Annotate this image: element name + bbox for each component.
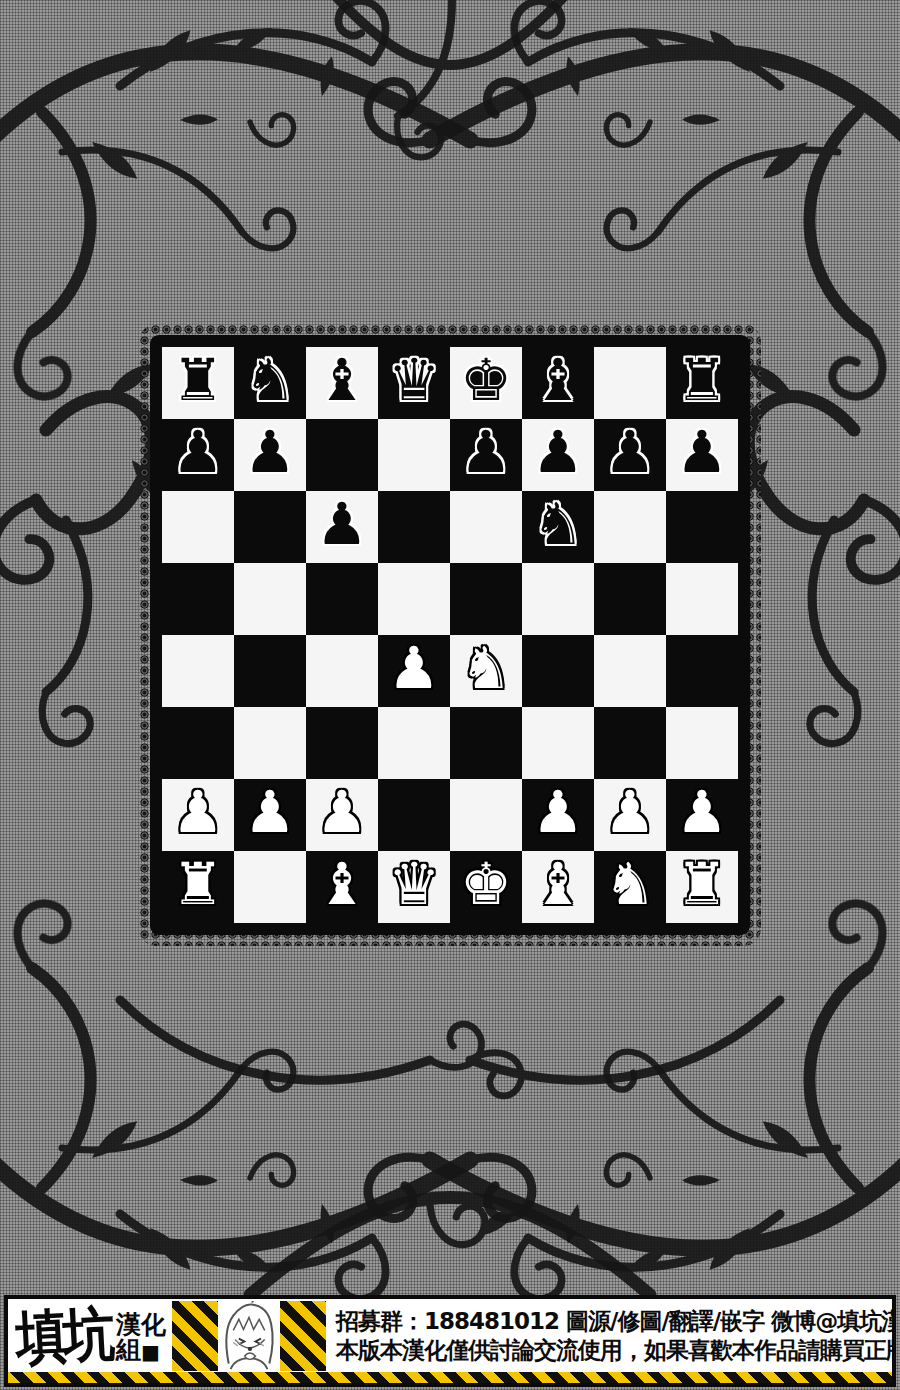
square-d8[interactable]: ♛	[378, 347, 450, 419]
white-pawn-a2: ♟	[172, 783, 224, 841]
square-b5[interactable]	[234, 563, 306, 635]
square-h7[interactable]: ♟	[666, 419, 738, 491]
scanlation-logo: 填坑 漢 化 組 ■	[8, 1299, 170, 1383]
square-f4[interactable]	[522, 635, 594, 707]
logo-sub-char: 漢	[116, 1312, 141, 1337]
square-d7[interactable]	[378, 419, 450, 491]
black-pawn-c6: ♟	[316, 495, 368, 553]
hazard-stripe-panel-left	[172, 1301, 218, 1371]
black-pawn-h7: ♟	[676, 423, 728, 481]
white-pawn-f2: ♟	[532, 783, 584, 841]
logo-sub-char: 化	[141, 1312, 166, 1337]
black-bishop-c8: ♝	[316, 351, 368, 409]
square-f8[interactable]: ♝	[522, 347, 594, 419]
square-c3[interactable]	[306, 707, 378, 779]
black-knight-f6: ♞	[532, 495, 584, 553]
chessboard: ♜♞♝♛♚♝♜♟♟♟♟♟♟♟♞♟♞♟♟♟♟♟♟♜♝♛♚♝♞♜	[162, 347, 738, 923]
square-e3[interactable]	[450, 707, 522, 779]
square-e1[interactable]: ♚	[450, 851, 522, 923]
square-e2[interactable]	[450, 779, 522, 851]
black-king-e8: ♚	[460, 351, 512, 409]
anime-girl-icon	[221, 1301, 277, 1371]
square-e5[interactable]	[450, 563, 522, 635]
square-b2[interactable]: ♟	[234, 779, 306, 851]
white-knight-g1: ♞	[604, 855, 656, 913]
square-a2[interactable]: ♟	[162, 779, 234, 851]
white-pawn-g2: ♟	[604, 783, 656, 841]
black-bishop-f8: ♝	[532, 351, 584, 409]
square-h6[interactable]	[666, 491, 738, 563]
square-e4[interactable]: ♞	[450, 635, 522, 707]
square-g4[interactable]	[594, 635, 666, 707]
credit-text: 招募群：188481012 圖源/修圖/翻譯/嵌字 微博@填坑漢化組 本版本漢化…	[328, 1299, 892, 1383]
square-f5[interactable]	[522, 563, 594, 635]
disclaimer-line: 本版本漢化僅供討論交流使用，如果喜歡本作品請購買正版！	[336, 1336, 886, 1364]
square-b1[interactable]	[234, 851, 306, 923]
square-g7[interactable]: ♟	[594, 419, 666, 491]
square-a1[interactable]: ♜	[162, 851, 234, 923]
square-g1[interactable]: ♞	[594, 851, 666, 923]
manga-page: ♜♞♝♛♚♝♜♟♟♟♟♟♟♟♞♟♞♟♟♟♟♟♟♜♝♛♚♝♞♜ 填坑 漢 化 組 …	[0, 0, 900, 1390]
white-pawn-h2: ♟	[676, 783, 728, 841]
square-b8[interactable]: ♞	[234, 347, 306, 419]
square-c4[interactable]	[306, 635, 378, 707]
mascot-girl-illustration	[220, 1301, 278, 1371]
square-e8[interactable]: ♚	[450, 347, 522, 419]
scanlation-credit-bar: 填坑 漢 化 組 ■	[4, 1295, 896, 1387]
square-b6[interactable]	[234, 491, 306, 563]
square-f3[interactable]	[522, 707, 594, 779]
lace-border: ♜♞♝♛♚♝♜♟♟♟♟♟♟♟♞♟♞♟♟♟♟♟♟♜♝♛♚♝♞♜	[139, 324, 761, 946]
square-f1[interactable]: ♝	[522, 851, 594, 923]
white-pawn-b2: ♟	[244, 783, 296, 841]
square-h5[interactable]	[666, 563, 738, 635]
logo-main-text: 填坑	[14, 1295, 112, 1378]
white-knight-e4: ♞	[460, 639, 512, 697]
square-h4[interactable]	[666, 635, 738, 707]
white-rook-h1: ♜	[676, 855, 728, 913]
square-d1[interactable]: ♛	[378, 851, 450, 923]
white-rook-a1: ♜	[172, 855, 224, 913]
black-pawn-b7: ♟	[244, 423, 296, 481]
square-a7[interactable]: ♟	[162, 419, 234, 491]
board-frame: ♜♞♝♛♚♝♜♟♟♟♟♟♟♟♞♟♞♟♟♟♟♟♟♜♝♛♚♝♞♜	[150, 335, 750, 935]
square-c6[interactable]: ♟	[306, 491, 378, 563]
square-c5[interactable]	[306, 563, 378, 635]
white-pawn-d4: ♟	[388, 639, 440, 697]
square-c7[interactable]	[306, 419, 378, 491]
square-d5[interactable]	[378, 563, 450, 635]
black-rook-a8: ♜	[172, 351, 224, 409]
square-g8[interactable]	[594, 347, 666, 419]
square-c1[interactable]: ♝	[306, 851, 378, 923]
square-g2[interactable]: ♟	[594, 779, 666, 851]
square-d6[interactable]	[378, 491, 450, 563]
square-e6[interactable]	[450, 491, 522, 563]
black-pawn-e7: ♟	[460, 423, 512, 481]
square-b3[interactable]	[234, 707, 306, 779]
black-rook-h8: ♜	[676, 351, 728, 409]
logo-square-glyph: ■	[141, 1342, 166, 1362]
black-knight-b8: ♞	[244, 351, 296, 409]
square-c8[interactable]: ♝	[306, 347, 378, 419]
white-bishop-f1: ♝	[532, 855, 584, 913]
white-king-e1: ♚	[460, 855, 512, 913]
white-bishop-c1: ♝	[316, 855, 368, 913]
square-a5[interactable]	[162, 563, 234, 635]
square-h8[interactable]: ♜	[666, 347, 738, 419]
square-b4[interactable]	[234, 635, 306, 707]
square-g5[interactable]	[594, 563, 666, 635]
square-g6[interactable]	[594, 491, 666, 563]
black-pawn-a7: ♟	[172, 423, 224, 481]
black-pawn-g7: ♟	[604, 423, 656, 481]
square-h2[interactable]: ♟	[666, 779, 738, 851]
square-c2[interactable]: ♟	[306, 779, 378, 851]
square-f7[interactable]: ♟	[522, 419, 594, 491]
square-h1[interactable]: ♜	[666, 851, 738, 923]
hazard-stripe-panel-right	[280, 1301, 326, 1371]
square-a3[interactable]	[162, 707, 234, 779]
square-a8[interactable]: ♜	[162, 347, 234, 419]
square-f6[interactable]: ♞	[522, 491, 594, 563]
square-g3[interactable]	[594, 707, 666, 779]
white-queen-d1: ♛	[388, 855, 440, 913]
square-e7[interactable]: ♟	[450, 419, 522, 491]
square-h3[interactable]	[666, 707, 738, 779]
logo-sub-char: 組	[116, 1337, 141, 1362]
black-pawn-f7: ♟	[532, 423, 584, 481]
white-pawn-c2: ♟	[316, 783, 368, 841]
logo-sub-text: 漢 化 組 ■	[116, 1312, 166, 1362]
square-a4[interactable]	[162, 635, 234, 707]
square-d4[interactable]: ♟	[378, 635, 450, 707]
square-d2[interactable]	[378, 779, 450, 851]
square-a6[interactable]	[162, 491, 234, 563]
square-f2[interactable]: ♟	[522, 779, 594, 851]
square-b7[interactable]: ♟	[234, 419, 306, 491]
recruit-line: 招募群：188481012 圖源/修圖/翻譯/嵌字 微博@填坑漢化組	[336, 1307, 886, 1335]
chessboard-assembly: ♜♞♝♛♚♝♜♟♟♟♟♟♟♟♞♟♞♟♟♟♟♟♟♜♝♛♚♝♞♜	[139, 324, 761, 946]
square-d3[interactable]	[378, 707, 450, 779]
black-queen-d8: ♛	[388, 351, 440, 409]
